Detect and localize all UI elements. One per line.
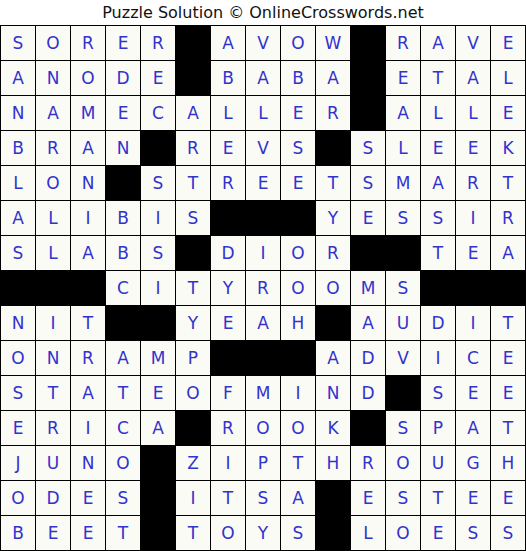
block-cell-r9c5 <box>141 306 175 340</box>
block-cell-r1c6 <box>176 26 210 60</box>
letter-cell-r15c9: S <box>281 516 315 550</box>
letter-cell-r1c7: A <box>211 26 245 60</box>
letter-cell-r7c4: B <box>106 236 140 270</box>
letter-cell-r13c11: R <box>351 446 385 480</box>
letter-cell-r14c2: D <box>36 481 70 515</box>
letter-cell-r4c14: E <box>456 131 490 165</box>
letter-cell-r2c10: A <box>316 61 350 95</box>
block-cell-r7c11 <box>351 236 385 270</box>
letter-cell-r15c4: T <box>106 516 140 550</box>
letter-cell-r14c3: E <box>71 481 105 515</box>
letter-cell-r8c10: O <box>316 271 350 305</box>
letter-cell-r12c3: I <box>71 411 105 445</box>
letter-cell-r6c6: S <box>176 201 210 235</box>
letter-cell-r1c8: V <box>246 26 280 60</box>
letter-cell-r6c14: I <box>456 201 490 235</box>
block-cell-r12c11 <box>351 411 385 445</box>
block-cell-r13c5 <box>141 446 175 480</box>
letter-cell-r5c2: O <box>36 166 70 200</box>
letter-cell-r14c7: T <box>211 481 245 515</box>
letter-cell-r5c7: R <box>211 166 245 200</box>
letter-cell-r11c11: D <box>351 376 385 410</box>
block-cell-r2c11 <box>351 61 385 95</box>
letter-cell-r12c8: O <box>246 411 280 445</box>
letter-cell-r5c14: R <box>456 166 490 200</box>
letter-cell-r6c4: B <box>106 201 140 235</box>
letter-cell-r12c14: A <box>456 411 490 445</box>
letter-cell-r15c7: O <box>211 516 245 550</box>
letter-cell-r5c8: E <box>246 166 280 200</box>
letter-cell-r2c3: O <box>71 61 105 95</box>
letter-cell-r1c10: W <box>316 26 350 60</box>
letter-cell-r9c1: N <box>1 306 35 340</box>
block-cell-r8c2 <box>36 271 70 305</box>
letter-cell-r1c3: R <box>71 26 105 60</box>
block-cell-r9c10 <box>316 306 350 340</box>
letter-cell-r15c3: E <box>71 516 105 550</box>
letter-cell-r13c9: T <box>281 446 315 480</box>
block-cell-r9c4 <box>106 306 140 340</box>
letter-cell-r4c4: N <box>106 131 140 165</box>
letter-cell-r6c10: Y <box>316 201 350 235</box>
letter-cell-r11c15: E <box>491 376 525 410</box>
block-cell-r4c10 <box>316 131 350 165</box>
letter-cell-r3c9: E <box>281 96 315 130</box>
letter-cell-r5c5: S <box>141 166 175 200</box>
letter-cell-r14c6: I <box>176 481 210 515</box>
letter-cell-r9c9: H <box>281 306 315 340</box>
letter-cell-r14c12: S <box>386 481 420 515</box>
letter-cell-r10c10: A <box>316 341 350 375</box>
letter-cell-r4c7: E <box>211 131 245 165</box>
letter-cell-r14c15: E <box>491 481 525 515</box>
letter-cell-r6c12: S <box>386 201 420 235</box>
letter-cell-r4c9: S <box>281 131 315 165</box>
letter-cell-r10c14: C <box>456 341 490 375</box>
letter-cell-r2c13: T <box>421 61 455 95</box>
letter-cell-r12c13: P <box>421 411 455 445</box>
letter-cell-r1c15: E <box>491 26 525 60</box>
letter-cell-r9c11: A <box>351 306 385 340</box>
block-cell-r4c5 <box>141 131 175 165</box>
letter-cell-r12c10: K <box>316 411 350 445</box>
letter-cell-r14c13: T <box>421 481 455 515</box>
letter-cell-r15c15: S <box>491 516 525 550</box>
letter-cell-r12c15: T <box>491 411 525 445</box>
crossword-grid: SORERAVOWRAVEANODEBABAETALNAMECALLERALLE… <box>0 25 526 551</box>
letter-cell-r10c1: O <box>1 341 35 375</box>
letter-cell-r11c9: I <box>281 376 315 410</box>
letter-cell-r1c2: O <box>36 26 70 60</box>
letter-cell-r6c11: E <box>351 201 385 235</box>
letter-cell-r7c14: E <box>456 236 490 270</box>
letter-cell-r1c12: R <box>386 26 420 60</box>
letter-cell-r3c5: C <box>141 96 175 130</box>
letter-cell-r4c1: B <box>1 131 35 165</box>
letter-cell-r11c6: O <box>176 376 210 410</box>
block-cell-r6c7 <box>211 201 245 235</box>
letter-cell-r9c7: E <box>211 306 245 340</box>
letter-cell-r13c7: I <box>211 446 245 480</box>
letter-cell-r2c4: D <box>106 61 140 95</box>
letter-cell-r9c13: D <box>421 306 455 340</box>
letter-cell-r4c6: R <box>176 131 210 165</box>
letter-cell-r12c5: A <box>141 411 175 445</box>
letter-cell-r7c3: A <box>71 236 105 270</box>
letter-cell-r13c10: H <box>316 446 350 480</box>
letter-cell-r7c9: O <box>281 236 315 270</box>
letter-cell-r10c13: I <box>421 341 455 375</box>
letter-cell-r1c4: E <box>106 26 140 60</box>
letter-cell-r3c10: R <box>316 96 350 130</box>
letter-cell-r5c13: A <box>421 166 455 200</box>
letter-cell-r9c15: T <box>491 306 525 340</box>
letter-cell-r2c7: B <box>211 61 245 95</box>
letter-cell-r15c14: S <box>456 516 490 550</box>
block-cell-r1c11 <box>351 26 385 60</box>
letter-cell-r11c4: T <box>106 376 140 410</box>
letter-cell-r7c15: A <box>491 236 525 270</box>
letter-cell-r13c1: J <box>1 446 35 480</box>
letter-cell-r4c13: E <box>421 131 455 165</box>
letter-cell-r5c6: T <box>176 166 210 200</box>
letter-cell-r13c8: P <box>246 446 280 480</box>
letter-cell-r14c14: E <box>456 481 490 515</box>
block-cell-r7c12 <box>386 236 420 270</box>
letter-cell-r12c7: R <box>211 411 245 445</box>
letter-cell-r5c11: S <box>351 166 385 200</box>
letter-cell-r7c13: T <box>421 236 455 270</box>
letter-cell-r4c8: V <box>246 131 280 165</box>
letter-cell-r6c2: L <box>36 201 70 235</box>
letter-cell-r8c7: Y <box>211 271 245 305</box>
block-cell-r5c4 <box>106 166 140 200</box>
letter-cell-r1c9: O <box>281 26 315 60</box>
block-cell-r14c10 <box>316 481 350 515</box>
letter-cell-r6c3: I <box>71 201 105 235</box>
letter-cell-r3c6: A <box>176 96 210 130</box>
letter-cell-r4c11: S <box>351 131 385 165</box>
letter-cell-r12c2: R <box>36 411 70 445</box>
letter-cell-r5c9: E <box>281 166 315 200</box>
letter-cell-r13c2: U <box>36 446 70 480</box>
letter-cell-r15c12: O <box>386 516 420 550</box>
letter-cell-r5c15: T <box>491 166 525 200</box>
block-cell-r10c9 <box>281 341 315 375</box>
letter-cell-r13c4: O <box>106 446 140 480</box>
letter-cell-r5c1: L <box>1 166 35 200</box>
letter-cell-r7c10: R <box>316 236 350 270</box>
block-cell-r10c7 <box>211 341 245 375</box>
letter-cell-r11c13: S <box>421 376 455 410</box>
letter-cell-r5c3: N <box>71 166 105 200</box>
letter-cell-r2c15: L <box>491 61 525 95</box>
block-cell-r15c5 <box>141 516 175 550</box>
letter-cell-r2c2: N <box>36 61 70 95</box>
letter-cell-r8c4: C <box>106 271 140 305</box>
letter-cell-r8c8: R <box>246 271 280 305</box>
letter-cell-r12c4: C <box>106 411 140 445</box>
letter-cell-r7c2: L <box>36 236 70 270</box>
puzzle-solution-page: Puzzle Solution © OnlineCrosswords.net S… <box>0 0 526 551</box>
letter-cell-r15c11: L <box>351 516 385 550</box>
letter-cell-r14c8: S <box>246 481 280 515</box>
block-cell-r6c8 <box>246 201 280 235</box>
letter-cell-r1c1: S <box>1 26 35 60</box>
letter-cell-r9c6: Y <box>176 306 210 340</box>
letter-cell-r13c6: Z <box>176 446 210 480</box>
letter-cell-r3c3: M <box>71 96 105 130</box>
letter-cell-r13c15: H <box>491 446 525 480</box>
letter-cell-r13c13: U <box>421 446 455 480</box>
letter-cell-r6c1: A <box>1 201 35 235</box>
letter-cell-r13c12: O <box>386 446 420 480</box>
letter-cell-r1c5: R <box>141 26 175 60</box>
letter-cell-r11c5: E <box>141 376 175 410</box>
letter-cell-r11c8: M <box>246 376 280 410</box>
letter-cell-r12c1: E <box>1 411 35 445</box>
letter-cell-r3c4: E <box>106 96 140 130</box>
letter-cell-r10c4: A <box>106 341 140 375</box>
block-cell-r11c12 <box>386 376 420 410</box>
letter-cell-r4c12: L <box>386 131 420 165</box>
letter-cell-r7c7: D <box>211 236 245 270</box>
block-cell-r10c8 <box>246 341 280 375</box>
letter-cell-r9c2: I <box>36 306 70 340</box>
block-cell-r6c9 <box>281 201 315 235</box>
letter-cell-r3c1: N <box>1 96 35 130</box>
letter-cell-r7c5: S <box>141 236 175 270</box>
letter-cell-r8c6: T <box>176 271 210 305</box>
letter-cell-r1c13: A <box>421 26 455 60</box>
letter-cell-r9c8: A <box>246 306 280 340</box>
letter-cell-r3c2: A <box>36 96 70 130</box>
letter-cell-r11c2: T <box>36 376 70 410</box>
letter-cell-r1c14: V <box>456 26 490 60</box>
letter-cell-r2c9: B <box>281 61 315 95</box>
letter-cell-r9c3: T <box>71 306 105 340</box>
block-cell-r8c14 <box>456 271 490 305</box>
letter-cell-r10c5: M <box>141 341 175 375</box>
letter-cell-r2c12: E <box>386 61 420 95</box>
letter-cell-r11c7: F <box>211 376 245 410</box>
letter-cell-r14c9: A <box>281 481 315 515</box>
letter-cell-r3c14: L <box>456 96 490 130</box>
letter-cell-r11c14: E <box>456 376 490 410</box>
letter-cell-r15c8: Y <box>246 516 280 550</box>
letter-cell-r7c1: S <box>1 236 35 270</box>
letter-cell-r3c12: A <box>386 96 420 130</box>
letter-cell-r10c12: V <box>386 341 420 375</box>
letter-cell-r5c12: M <box>386 166 420 200</box>
letter-cell-r13c3: N <box>71 446 105 480</box>
letter-cell-r12c12: S <box>386 411 420 445</box>
block-cell-r3c11 <box>351 96 385 130</box>
letter-cell-r10c6: P <box>176 341 210 375</box>
letter-cell-r15c2: E <box>36 516 70 550</box>
letter-cell-r2c8: A <box>246 61 280 95</box>
letter-cell-r10c2: N <box>36 341 70 375</box>
letter-cell-r15c6: T <box>176 516 210 550</box>
letter-cell-r8c11: M <box>351 271 385 305</box>
letter-cell-r3c7: L <box>211 96 245 130</box>
letter-cell-r7c8: I <box>246 236 280 270</box>
letter-cell-r13c14: G <box>456 446 490 480</box>
letter-cell-r10c15: E <box>491 341 525 375</box>
letter-cell-r4c3: A <box>71 131 105 165</box>
letter-cell-r8c9: O <box>281 271 315 305</box>
block-cell-r8c13 <box>421 271 455 305</box>
letter-cell-r2c14: A <box>456 61 490 95</box>
block-cell-r8c15 <box>491 271 525 305</box>
letter-cell-r6c5: I <box>141 201 175 235</box>
block-cell-r12c6 <box>176 411 210 445</box>
page-title: Puzzle Solution © OnlineCrosswords.net <box>0 0 526 25</box>
letter-cell-r15c1: B <box>1 516 35 550</box>
letter-cell-r11c1: S <box>1 376 35 410</box>
letter-cell-r9c14: I <box>456 306 490 340</box>
block-cell-r7c6 <box>176 236 210 270</box>
block-cell-r2c6 <box>176 61 210 95</box>
letter-cell-r3c8: L <box>246 96 280 130</box>
letter-cell-r14c4: S <box>106 481 140 515</box>
block-cell-r15c10 <box>316 516 350 550</box>
letter-cell-r8c5: I <box>141 271 175 305</box>
letter-cell-r15c13: E <box>421 516 455 550</box>
letter-cell-r2c1: A <box>1 61 35 95</box>
letter-cell-r3c13: L <box>421 96 455 130</box>
letter-cell-r12c9: O <box>281 411 315 445</box>
block-cell-r8c3 <box>71 271 105 305</box>
letter-cell-r10c11: D <box>351 341 385 375</box>
letter-cell-r11c3: A <box>71 376 105 410</box>
letter-cell-r6c15: R <box>491 201 525 235</box>
letter-cell-r5c10: T <box>316 166 350 200</box>
letter-cell-r10c3: R <box>71 341 105 375</box>
letter-cell-r9c12: U <box>386 306 420 340</box>
letter-cell-r11c10: N <box>316 376 350 410</box>
letter-cell-r8c12: S <box>386 271 420 305</box>
letter-cell-r4c2: R <box>36 131 70 165</box>
letter-cell-r6c13: S <box>421 201 455 235</box>
letter-cell-r14c1: O <box>1 481 35 515</box>
letter-cell-r3c15: E <box>491 96 525 130</box>
letter-cell-r4c15: K <box>491 131 525 165</box>
block-cell-r14c5 <box>141 481 175 515</box>
block-cell-r8c1 <box>1 271 35 305</box>
letter-cell-r2c5: E <box>141 61 175 95</box>
letter-cell-r14c11: E <box>351 481 385 515</box>
